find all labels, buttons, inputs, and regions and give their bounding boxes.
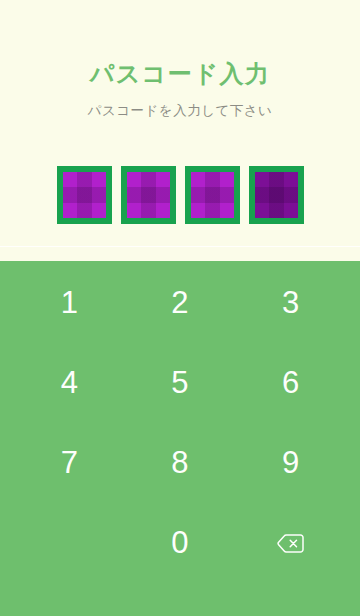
key-backspace[interactable] [235, 503, 346, 583]
passcode-screen: パスコード入力 パスコードを入力して下さい 1 2 3 4 5 6 7 8 9 … [0, 0, 360, 616]
key-9[interactable]: 9 [235, 423, 346, 503]
passcode-boxes [0, 166, 360, 224]
numeric-keypad: 1 2 3 4 5 6 7 8 9 0 [0, 261, 360, 616]
passcode-box-1 [57, 166, 112, 224]
passcode-box-3 [185, 166, 240, 224]
key-3[interactable]: 3 [235, 263, 346, 343]
page-title: パスコード入力 [0, 58, 360, 90]
passcode-box-4 [249, 166, 304, 224]
key-5[interactable]: 5 [125, 343, 236, 423]
key-0[interactable]: 0 [125, 503, 236, 583]
passcode-box-2 [121, 166, 176, 224]
key-empty [14, 503, 125, 583]
section-divider [0, 246, 360, 247]
key-8[interactable]: 8 [125, 423, 236, 503]
key-1[interactable]: 1 [14, 263, 125, 343]
key-7[interactable]: 7 [14, 423, 125, 503]
page-subtitle: パスコードを入力して下さい [0, 102, 360, 120]
backspace-icon [277, 534, 304, 553]
key-4[interactable]: 4 [14, 343, 125, 423]
key-2[interactable]: 2 [125, 263, 236, 343]
key-6[interactable]: 6 [235, 343, 346, 423]
